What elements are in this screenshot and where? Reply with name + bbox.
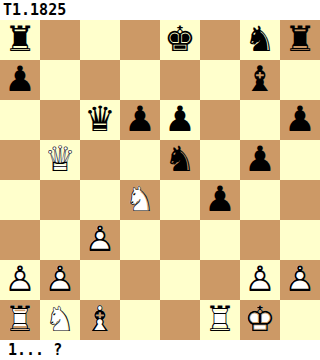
piece-glyph: ♙: [0, 259, 40, 299]
piece-glyph: ♙: [80, 219, 120, 259]
black-rook[interactable]: ♜: [280, 20, 320, 60]
square-b3[interactable]: [40, 220, 80, 260]
square-a4[interactable]: [0, 180, 40, 220]
black-bishop[interactable]: ♝: [240, 60, 280, 100]
square-b1[interactable]: ♞♘: [40, 300, 80, 340]
square-h4[interactable]: [280, 180, 320, 220]
footer-bar: 1... ?: [0, 340, 320, 360]
white-pawn[interactable]: ♟♙: [40, 260, 80, 300]
square-c4[interactable]: [80, 180, 120, 220]
square-c5[interactable]: [80, 140, 120, 180]
square-h6[interactable]: ♟: [280, 100, 320, 140]
piece-glyph: ♛: [80, 99, 120, 139]
black-rook[interactable]: ♜: [0, 20, 40, 60]
white-bishop[interactable]: ♝♗: [80, 300, 120, 340]
piece-glyph: ♟: [240, 139, 280, 179]
piece-glyph: ♙: [40, 259, 80, 299]
piece-glyph: ♞: [160, 139, 200, 179]
black-knight[interactable]: ♞: [240, 20, 280, 60]
square-a7[interactable]: ♟: [0, 60, 40, 100]
square-f8[interactable]: [200, 20, 240, 60]
white-knight[interactable]: ♞♘: [120, 180, 160, 220]
square-h3[interactable]: [280, 220, 320, 260]
piece-glyph: ♗: [80, 299, 120, 339]
square-f2[interactable]: [200, 260, 240, 300]
square-e1[interactable]: [160, 300, 200, 340]
square-h7[interactable]: [280, 60, 320, 100]
square-c7[interactable]: [80, 60, 120, 100]
white-king[interactable]: ♚♔: [240, 300, 280, 340]
square-e8[interactable]: ♚: [160, 20, 200, 60]
square-d3[interactable]: [120, 220, 160, 260]
square-b7[interactable]: [40, 60, 80, 100]
piece-glyph: ♝: [240, 59, 280, 99]
square-c6[interactable]: ♛: [80, 100, 120, 140]
square-a2[interactable]: ♟♙: [0, 260, 40, 300]
piece-glyph: ♟: [120, 99, 160, 139]
piece-glyph: ♘: [40, 299, 80, 339]
square-a8[interactable]: ♜: [0, 20, 40, 60]
white-rook[interactable]: ♜♖: [0, 300, 40, 340]
square-b2[interactable]: ♟♙: [40, 260, 80, 300]
white-pawn[interactable]: ♟♙: [240, 260, 280, 300]
square-g2[interactable]: ♟♙: [240, 260, 280, 300]
black-pawn[interactable]: ♟: [160, 100, 200, 140]
white-queen[interactable]: ♛♕: [40, 140, 80, 180]
square-g1[interactable]: ♚♔: [240, 300, 280, 340]
black-knight[interactable]: ♞: [160, 140, 200, 180]
black-pawn[interactable]: ♟: [280, 100, 320, 140]
square-e7[interactable]: [160, 60, 200, 100]
piece-glyph: ♜: [280, 19, 320, 59]
square-g4[interactable]: [240, 180, 280, 220]
square-a6[interactable]: [0, 100, 40, 140]
puzzle-title: T1.1825: [3, 0, 66, 20]
piece-glyph: ♟: [0, 59, 40, 99]
piece-glyph: ♖: [0, 299, 40, 339]
square-g3[interactable]: [240, 220, 280, 260]
square-f4[interactable]: ♟: [200, 180, 240, 220]
square-g5[interactable]: ♟: [240, 140, 280, 180]
square-c2[interactable]: [80, 260, 120, 300]
square-e2[interactable]: [160, 260, 200, 300]
white-pawn[interactable]: ♟♙: [0, 260, 40, 300]
title-bar: T1.1825: [0, 0, 320, 20]
piece-glyph: ♟: [280, 99, 320, 139]
piece-glyph: ♙: [240, 259, 280, 299]
piece-glyph: ♚: [160, 19, 200, 59]
square-d1[interactable]: [120, 300, 160, 340]
square-b6[interactable]: [40, 100, 80, 140]
square-b4[interactable]: [40, 180, 80, 220]
piece-glyph: ♕: [40, 139, 80, 179]
white-pawn[interactable]: ♟♙: [80, 220, 120, 260]
square-a3[interactable]: [0, 220, 40, 260]
square-d2[interactable]: [120, 260, 160, 300]
square-c1[interactable]: ♝♗: [80, 300, 120, 340]
square-e3[interactable]: [160, 220, 200, 260]
black-pawn[interactable]: ♟: [200, 180, 240, 220]
black-pawn[interactable]: ♟: [0, 60, 40, 100]
black-queen[interactable]: ♛: [80, 100, 120, 140]
square-b5[interactable]: ♛♕: [40, 140, 80, 180]
square-d4[interactable]: ♞♘: [120, 180, 160, 220]
square-g8[interactable]: ♞: [240, 20, 280, 60]
square-f5[interactable]: [200, 140, 240, 180]
white-rook[interactable]: ♜♖: [200, 300, 240, 340]
square-f1[interactable]: ♜♖: [200, 300, 240, 340]
white-pawn[interactable]: ♟♙: [280, 260, 320, 300]
square-a5[interactable]: [0, 140, 40, 180]
piece-glyph: ♖: [200, 299, 240, 339]
move-prompt: 1... ?: [8, 340, 62, 360]
square-h8[interactable]: ♜: [280, 20, 320, 60]
chess-board: ♜♚♞♜♟♝♛♟♟♟♛♕♞♟♞♘♟♟♙♟♙♟♙♟♙♟♙♜♖♞♘♝♗♜♖♚♔: [0, 20, 320, 340]
white-knight[interactable]: ♞♘: [40, 300, 80, 340]
piece-glyph: ♔: [240, 299, 280, 339]
square-f7[interactable]: [200, 60, 240, 100]
piece-glyph: ♞: [240, 19, 280, 59]
square-g7[interactable]: ♝: [240, 60, 280, 100]
piece-glyph: ♟: [160, 99, 200, 139]
square-d6[interactable]: ♟: [120, 100, 160, 140]
square-d5[interactable]: [120, 140, 160, 180]
square-d7[interactable]: [120, 60, 160, 100]
square-g6[interactable]: [240, 100, 280, 140]
black-pawn[interactable]: ♟: [120, 100, 160, 140]
piece-glyph: ♙: [280, 259, 320, 299]
black-king[interactable]: ♚: [160, 20, 200, 60]
square-f3[interactable]: [200, 220, 240, 260]
piece-glyph: ♘: [120, 179, 160, 219]
square-e6[interactable]: ♟: [160, 100, 200, 140]
black-pawn[interactable]: ♟: [240, 140, 280, 180]
square-b8[interactable]: [40, 20, 80, 60]
square-h5[interactable]: [280, 140, 320, 180]
square-h2[interactable]: ♟♙: [280, 260, 320, 300]
piece-glyph: ♟: [200, 179, 240, 219]
square-f6[interactable]: [200, 100, 240, 140]
square-h1[interactable]: [280, 300, 320, 340]
square-a1[interactable]: ♜♖: [0, 300, 40, 340]
square-e5[interactable]: ♞: [160, 140, 200, 180]
square-c3[interactable]: ♟♙: [80, 220, 120, 260]
square-d8[interactable]: [120, 20, 160, 60]
square-e4[interactable]: [160, 180, 200, 220]
square-c8[interactable]: [80, 20, 120, 60]
piece-glyph: ♜: [0, 19, 40, 59]
